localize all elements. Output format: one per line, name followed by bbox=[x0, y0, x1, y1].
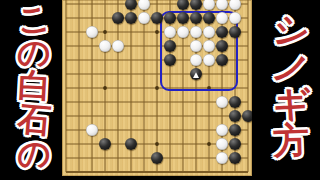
board-intersection bbox=[164, 95, 177, 109]
board-intersection bbox=[177, 123, 190, 137]
white-stone bbox=[229, 12, 242, 25]
board-intersection bbox=[112, 39, 125, 53]
board-intersection bbox=[86, 67, 99, 81]
board-intersection bbox=[86, 39, 99, 53]
white-stone bbox=[203, 0, 216, 10]
board-intersection bbox=[73, 53, 86, 67]
board-intersection bbox=[125, 39, 138, 53]
board-intersection bbox=[203, 81, 216, 95]
board-intersection bbox=[190, 25, 203, 39]
board-intersection bbox=[99, 0, 112, 11]
white-stone bbox=[138, 0, 151, 10]
board-intersection bbox=[151, 25, 164, 39]
board-intersection bbox=[86, 95, 99, 109]
board-intersection bbox=[203, 109, 216, 123]
board-intersection bbox=[99, 67, 112, 81]
board-intersection bbox=[62, 39, 73, 53]
board-intersection bbox=[203, 11, 216, 25]
board-intersection bbox=[62, 95, 73, 109]
board-intersection bbox=[138, 109, 151, 123]
board-intersection bbox=[216, 67, 229, 81]
white-stone bbox=[216, 96, 229, 109]
board-intersection bbox=[125, 165, 138, 176]
board-intersection bbox=[164, 81, 177, 95]
board-intersection bbox=[99, 53, 112, 67]
black-stone bbox=[125, 138, 138, 151]
thumbnail-frame: この白石の シノギ方 bbox=[0, 0, 320, 180]
board-intersection bbox=[62, 137, 73, 151]
white-stone bbox=[190, 54, 203, 67]
board-intersection bbox=[151, 67, 164, 81]
board-intersection bbox=[99, 39, 112, 53]
board-intersection bbox=[190, 11, 203, 25]
board-intersection bbox=[112, 95, 125, 109]
board-intersection bbox=[86, 53, 99, 67]
board-intersection bbox=[151, 109, 164, 123]
board-intersection bbox=[151, 165, 164, 176]
board-intersection bbox=[216, 123, 229, 137]
board-intersection bbox=[229, 39, 242, 53]
board-intersection bbox=[138, 151, 151, 165]
board-intersection bbox=[86, 109, 99, 123]
board-intersection bbox=[177, 39, 190, 53]
board-intersection bbox=[242, 95, 253, 109]
board-intersection bbox=[242, 81, 253, 95]
board-intersection bbox=[203, 39, 216, 53]
board-intersection bbox=[138, 53, 151, 67]
board-intersection bbox=[216, 95, 229, 109]
board-intersection bbox=[125, 123, 138, 137]
black-stone bbox=[177, 12, 190, 25]
board-intersection bbox=[242, 39, 253, 53]
board-intersection bbox=[164, 67, 177, 81]
board-intersection bbox=[62, 25, 73, 39]
board-intersection bbox=[62, 81, 73, 95]
board-intersection bbox=[99, 165, 112, 176]
black-stone bbox=[229, 26, 242, 39]
board-intersection bbox=[229, 53, 242, 67]
black-stone bbox=[151, 12, 164, 25]
white-stone bbox=[99, 40, 112, 53]
black-stone bbox=[177, 0, 190, 10]
board-intersection bbox=[177, 0, 190, 11]
black-stone bbox=[216, 26, 229, 39]
board-intersection bbox=[190, 67, 203, 81]
board-intersection bbox=[242, 53, 253, 67]
board-intersection bbox=[62, 123, 73, 137]
board-intersection bbox=[138, 11, 151, 25]
board-intersection bbox=[86, 165, 99, 176]
board-intersection bbox=[164, 123, 177, 137]
white-stone bbox=[203, 40, 216, 53]
caption-char: 方 bbox=[272, 123, 309, 161]
board-intersection bbox=[203, 0, 216, 11]
board-intersection bbox=[125, 81, 138, 95]
board-intersection bbox=[138, 0, 151, 11]
board-intersection bbox=[164, 0, 177, 11]
board-intersection bbox=[112, 165, 125, 176]
board-intersection bbox=[86, 123, 99, 137]
board-intersection bbox=[99, 123, 112, 137]
board-intersection bbox=[62, 109, 73, 123]
board-intersection bbox=[177, 53, 190, 67]
board-intersection bbox=[216, 39, 229, 53]
board-intersection bbox=[73, 95, 86, 109]
white-stone bbox=[177, 26, 190, 39]
board-intersection bbox=[190, 53, 203, 67]
board-intersection bbox=[177, 137, 190, 151]
board-intersection bbox=[216, 0, 229, 11]
black-stone bbox=[99, 138, 112, 151]
board-intersection bbox=[216, 151, 229, 165]
white-stone bbox=[86, 26, 99, 39]
board-intersection bbox=[73, 109, 86, 123]
board-intersection bbox=[203, 95, 216, 109]
board-intersection bbox=[138, 67, 151, 81]
board-intersection bbox=[229, 25, 242, 39]
white-stone bbox=[190, 26, 203, 39]
board-intersection bbox=[151, 53, 164, 67]
black-stone bbox=[164, 54, 177, 67]
board-intersection bbox=[73, 25, 86, 39]
black-stone bbox=[164, 12, 177, 25]
board-intersection bbox=[138, 95, 151, 109]
board-intersection bbox=[99, 25, 112, 39]
board-intersection bbox=[203, 165, 216, 176]
white-stone bbox=[216, 124, 229, 137]
board-intersection bbox=[112, 109, 125, 123]
white-stone bbox=[203, 54, 216, 67]
board-intersection bbox=[138, 39, 151, 53]
board-intersection bbox=[73, 165, 86, 176]
board-intersection bbox=[151, 137, 164, 151]
board-intersection bbox=[151, 123, 164, 137]
black-stone bbox=[203, 12, 216, 25]
board-intersection bbox=[138, 137, 151, 151]
black-stone bbox=[112, 12, 125, 25]
triangle-marker-icon bbox=[193, 72, 199, 78]
board-intersection bbox=[73, 81, 86, 95]
board-intersection bbox=[164, 109, 177, 123]
board-intersection bbox=[216, 53, 229, 67]
board-intersection bbox=[62, 0, 73, 11]
white-stone bbox=[164, 26, 177, 39]
board-intersection bbox=[151, 0, 164, 11]
board-intersection bbox=[73, 123, 86, 137]
board-cells bbox=[62, 0, 252, 176]
board-intersection bbox=[151, 81, 164, 95]
board-intersection bbox=[112, 81, 125, 95]
white-stone bbox=[86, 124, 99, 137]
black-stone bbox=[125, 0, 138, 10]
board-intersection bbox=[203, 123, 216, 137]
board-intersection bbox=[112, 151, 125, 165]
black-stone bbox=[125, 12, 138, 25]
black-stone bbox=[229, 110, 242, 123]
board-intersection bbox=[229, 0, 242, 11]
board-intersection bbox=[151, 151, 164, 165]
board-intersection bbox=[229, 151, 242, 165]
board-intersection bbox=[190, 39, 203, 53]
board-intersection bbox=[229, 123, 242, 137]
board-intersection bbox=[151, 39, 164, 53]
board-intersection bbox=[99, 81, 112, 95]
board-intersection bbox=[177, 109, 190, 123]
board-intersection bbox=[216, 109, 229, 123]
board-intersection bbox=[99, 151, 112, 165]
board-intersection bbox=[125, 109, 138, 123]
board-intersection bbox=[190, 165, 203, 176]
white-stone bbox=[138, 12, 151, 25]
black-stone bbox=[216, 54, 229, 67]
white-stone bbox=[216, 138, 229, 151]
board-intersection bbox=[112, 137, 125, 151]
board-intersection bbox=[164, 151, 177, 165]
board-intersection bbox=[164, 137, 177, 151]
board-intersection bbox=[242, 165, 253, 176]
white-stone bbox=[203, 26, 216, 39]
white-stone bbox=[229, 0, 242, 10]
board-intersection bbox=[125, 0, 138, 11]
black-stone bbox=[216, 40, 229, 53]
board-intersection bbox=[73, 39, 86, 53]
board-intersection bbox=[125, 67, 138, 81]
white-stone bbox=[216, 12, 229, 25]
board-intersection bbox=[229, 109, 242, 123]
white-stone bbox=[216, 0, 229, 10]
black-stone bbox=[190, 12, 203, 25]
board-intersection bbox=[177, 11, 190, 25]
board-intersection bbox=[62, 165, 73, 176]
board-intersection bbox=[99, 11, 112, 25]
board-intersection bbox=[86, 11, 99, 25]
board-intersection bbox=[229, 67, 242, 81]
go-board bbox=[62, 0, 252, 176]
board-intersection bbox=[99, 109, 112, 123]
board-intersection bbox=[190, 95, 203, 109]
board-intersection bbox=[216, 11, 229, 25]
board-intersection bbox=[229, 11, 242, 25]
board-intersection bbox=[125, 11, 138, 25]
board-intersection bbox=[112, 53, 125, 67]
board-intersection bbox=[190, 0, 203, 11]
board-intersection bbox=[151, 11, 164, 25]
board-intersection bbox=[190, 81, 203, 95]
board-intersection bbox=[112, 11, 125, 25]
board-intersection bbox=[203, 151, 216, 165]
board-intersection bbox=[229, 95, 242, 109]
board-intersection bbox=[86, 137, 99, 151]
board-intersection bbox=[138, 165, 151, 176]
board-intersection bbox=[99, 137, 112, 151]
board-intersection bbox=[138, 25, 151, 39]
board-intersection bbox=[242, 109, 253, 123]
board-intersection bbox=[190, 123, 203, 137]
board-intersection bbox=[151, 95, 164, 109]
black-stone bbox=[190, 68, 203, 81]
board-intersection bbox=[216, 165, 229, 176]
board-intersection bbox=[164, 11, 177, 25]
board-intersection bbox=[73, 11, 86, 25]
board-intersection bbox=[86, 81, 99, 95]
board-intersection bbox=[216, 137, 229, 151]
board-intersection bbox=[86, 25, 99, 39]
board-intersection bbox=[62, 67, 73, 81]
board-intersection bbox=[177, 165, 190, 176]
board-intersection bbox=[125, 25, 138, 39]
caption-char: の bbox=[16, 135, 53, 171]
black-stone bbox=[229, 124, 242, 137]
board-intersection bbox=[112, 123, 125, 137]
board-intersection bbox=[112, 67, 125, 81]
board-intersection bbox=[190, 151, 203, 165]
board-intersection bbox=[73, 0, 86, 11]
board-intersection bbox=[229, 137, 242, 151]
board-intersection bbox=[73, 151, 86, 165]
board-intersection bbox=[125, 95, 138, 109]
board-intersection bbox=[242, 11, 253, 25]
board-intersection bbox=[164, 25, 177, 39]
board-intersection bbox=[86, 151, 99, 165]
caption-right-vertical: シノギ方 bbox=[264, 13, 318, 160]
board-intersection bbox=[242, 25, 253, 39]
white-stone bbox=[190, 40, 203, 53]
board-intersection bbox=[112, 0, 125, 11]
board-intersection bbox=[164, 53, 177, 67]
board-intersection bbox=[242, 67, 253, 81]
board-intersection bbox=[138, 81, 151, 95]
board-intersection bbox=[62, 53, 73, 67]
board-intersection bbox=[86, 0, 99, 11]
caption-left-vertical: この白石の bbox=[8, 2, 60, 170]
board-intersection bbox=[203, 25, 216, 39]
board-intersection bbox=[203, 53, 216, 67]
board-intersection bbox=[229, 81, 242, 95]
black-stone bbox=[190, 0, 203, 10]
board-intersection bbox=[62, 151, 73, 165]
board-intersection bbox=[242, 137, 253, 151]
board-intersection bbox=[216, 25, 229, 39]
black-stone bbox=[229, 96, 242, 109]
black-stone bbox=[164, 40, 177, 53]
board-intersection bbox=[203, 67, 216, 81]
board-intersection bbox=[242, 0, 253, 11]
board-intersection bbox=[190, 109, 203, 123]
board-intersection bbox=[164, 39, 177, 53]
board-intersection bbox=[125, 53, 138, 67]
board-intersection bbox=[177, 81, 190, 95]
white-stone bbox=[216, 152, 229, 165]
board-intersection bbox=[177, 25, 190, 39]
board-intersection bbox=[242, 123, 253, 137]
board-intersection bbox=[164, 165, 177, 176]
board-intersection bbox=[99, 95, 112, 109]
board-intersection bbox=[125, 137, 138, 151]
board-intersection bbox=[73, 137, 86, 151]
black-stone bbox=[242, 110, 252, 123]
board-intersection bbox=[177, 151, 190, 165]
board-intersection bbox=[112, 25, 125, 39]
black-stone bbox=[229, 138, 242, 151]
board-intersection bbox=[190, 137, 203, 151]
board-intersection bbox=[177, 67, 190, 81]
board-intersection bbox=[125, 151, 138, 165]
board-intersection bbox=[242, 151, 253, 165]
board-intersection bbox=[203, 137, 216, 151]
board-intersection bbox=[73, 67, 86, 81]
board-intersection bbox=[177, 95, 190, 109]
white-stone bbox=[112, 40, 125, 53]
board-intersection bbox=[229, 165, 242, 176]
board-intersection bbox=[216, 81, 229, 95]
board-intersection bbox=[62, 11, 73, 25]
black-stone bbox=[229, 152, 242, 165]
black-stone bbox=[151, 152, 164, 165]
board-intersection bbox=[138, 123, 151, 137]
